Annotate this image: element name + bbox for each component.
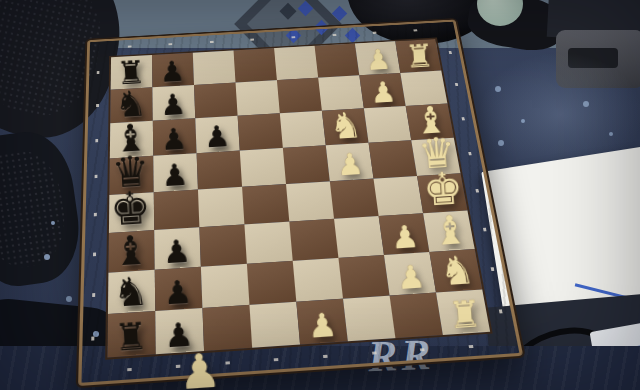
white-bishop-c1: ♝	[408, 101, 453, 140]
square-b5	[236, 80, 280, 116]
black-pawn-d7: ♟	[152, 159, 198, 192]
square-h2	[390, 293, 443, 339]
square-d8: ♛	[109, 156, 153, 195]
square-b2: ♟	[359, 73, 405, 108]
white-pawn-f2: ♟	[382, 220, 429, 254]
white-pawn-b2: ♟	[362, 77, 406, 108]
square-b4	[277, 78, 322, 114]
black-knight-g8: ♞	[106, 271, 155, 314]
square-a3	[315, 43, 360, 77]
square-e2	[373, 176, 423, 216]
square-b7: ♟	[152, 85, 195, 121]
square-d1: ♛	[411, 138, 460, 176]
chessboard: ♜♟♟♜♞♟♟♝♟♟♞♝♛♟♟♛♚♚♝♟♟♝♞♟♟♞♜♟♟♜ ♟	[78, 19, 523, 386]
square-h5	[249, 302, 300, 348]
square-c1: ♝	[406, 103, 454, 140]
square-e3	[330, 179, 379, 219]
square-d6	[197, 151, 242, 190]
black-pawn-a7: ♟	[151, 57, 194, 87]
square-d3: ♟	[326, 143, 374, 182]
square-c3: ♞	[322, 108, 369, 145]
square-a6	[193, 50, 236, 84]
square-g8: ♞	[108, 270, 155, 314]
square-g3	[338, 255, 389, 299]
black-pawn-g7: ♟	[154, 275, 203, 310]
black-pawn-c7: ♟	[152, 124, 197, 156]
square-f5	[244, 222, 292, 264]
white-pawn-h4: ♟	[298, 308, 348, 344]
square-g7: ♟	[155, 267, 203, 311]
chessboard-wrap: ♜♟♟♜♞♟♟♝♟♟♞♝♛♟♟♛♚♚♝♟♟♝♞♟♟♞♜♟♟♜ ♟	[84, 0, 488, 386]
square-f1: ♝	[423, 210, 475, 252]
black-bishop-c8: ♝	[108, 119, 153, 159]
white-pawn-d3: ♟	[328, 149, 374, 181]
square-e8: ♚	[109, 192, 154, 233]
square-a8: ♜	[111, 55, 153, 90]
square-g5	[247, 261, 296, 305]
square-a4	[274, 46, 318, 80]
square-d5	[240, 148, 286, 187]
square-f2: ♟	[379, 213, 430, 255]
carpet-speckles	[0, 0, 2, 2]
square-g1: ♞	[429, 249, 482, 292]
square-b8: ♞	[110, 87, 153, 123]
black-pawn-c6: ♟	[195, 121, 240, 153]
square-h1: ♜	[436, 290, 490, 335]
board-frame: ♜♟♟♜♞♟♟♝♟♟♞♝♛♟♟♛♚♚♝♟♟♝♞♟♟♞♜♟♟♜ ♟	[78, 19, 523, 386]
black-pawn-f7: ♟	[153, 235, 201, 269]
white-knight-c3: ♞	[323, 107, 368, 145]
square-c7: ♟	[153, 118, 197, 155]
black-knight-b8: ♞	[109, 85, 153, 123]
square-d7: ♟	[153, 153, 198, 192]
square-h4: ♟	[296, 299, 348, 345]
square-g6	[201, 264, 250, 308]
square-a5	[234, 48, 277, 82]
square-b3	[318, 75, 364, 111]
square-a1: ♜	[395, 39, 441, 73]
white-pawn-g2: ♟	[387, 260, 435, 295]
square-c6: ♟	[195, 116, 240, 153]
square-f8: ♝	[108, 230, 154, 273]
square-c4	[280, 111, 326, 148]
square-c8: ♝	[110, 121, 153, 159]
square-e1: ♚	[417, 173, 467, 213]
square-d4	[283, 145, 330, 184]
square-c5	[238, 113, 283, 150]
square-f4	[289, 219, 338, 261]
photo-scene: RR ♜♟♟♜♞♟♟♝♟♟♞♝♛♟♟♛♚♚♝♟♟♝♞♟♟♞♜♟♟♜ ♟	[0, 0, 640, 390]
square-f3	[334, 216, 384, 258]
white-rook-h1: ♜	[440, 294, 490, 334]
square-e4	[286, 181, 334, 221]
square-b1	[400, 71, 447, 106]
black-rook-a8: ♜	[109, 55, 152, 89]
frame-coordinate-dots-left	[91, 57, 100, 361]
square-f6	[199, 224, 246, 266]
square-e5	[242, 184, 289, 224]
square-h3	[343, 296, 395, 342]
square-a2: ♟	[355, 41, 400, 75]
square-b6	[194, 82, 238, 118]
square-d2	[369, 140, 417, 178]
black-bishop-f8: ♝	[107, 230, 155, 273]
black-pawn-b7: ♟	[151, 89, 195, 120]
square-e6	[198, 187, 244, 228]
square-a7: ♟	[152, 53, 194, 88]
board-grid: ♜♟♟♜♞♟♟♝♟♟♞♝♛♟♟♛♚♚♝♟♟♝♞♟♟♞♜♟♟♜	[105, 37, 492, 359]
square-g2: ♟	[384, 252, 436, 296]
black-rook-h8: ♜	[106, 316, 156, 357]
captured-white-pawn: ♟	[177, 347, 222, 390]
white-pawn-a2: ♟	[357, 45, 400, 75]
white-knight-g1: ♞	[433, 250, 482, 292]
white-rook-a1: ♜	[398, 39, 441, 73]
square-h8: ♜	[107, 311, 155, 357]
square-e7	[154, 189, 200, 230]
square-g4	[293, 258, 343, 302]
square-f7: ♟	[154, 227, 201, 269]
dark-armchair-object-left	[0, 126, 86, 292]
square-c2	[364, 106, 411, 143]
white-bishop-f1: ♝	[426, 210, 474, 252]
chair-perforation-texture	[0, 146, 71, 272]
